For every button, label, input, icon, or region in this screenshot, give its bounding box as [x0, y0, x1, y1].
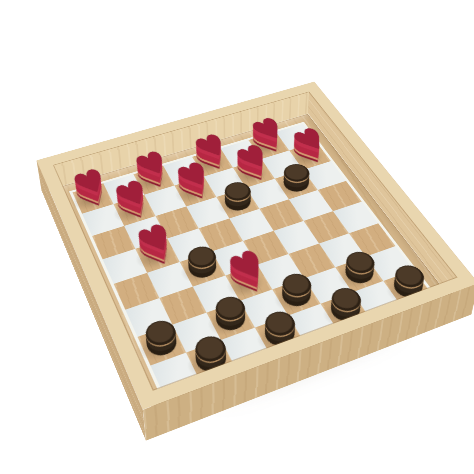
- wooden-tray: ♥♥♥♥♥♥♥♥♥♥♥♥♥♥♥♥♥♥♥♥♥♥♥♥♥♥♥♥♥♥♥♥♥♥♥♥♥♥♥♥…: [40, 104, 473, 433]
- perspective-scene: ♥♥♥♥♥♥♥♥♥♥♥♥♥♥♥♥♥♥♥♥♥♥♥♥♥♥♥♥♥♥♥♥♥♥♥♥♥♥♥♥…: [0, 0, 474, 474]
- product-photo-canvas: ♥♥♥♥♥♥♥♥♥♥♥♥♥♥♥♥♥♥♥♥♥♥♥♥♥♥♥♥♥♥♥♥♥♥♥♥♥♥♥♥…: [0, 0, 474, 474]
